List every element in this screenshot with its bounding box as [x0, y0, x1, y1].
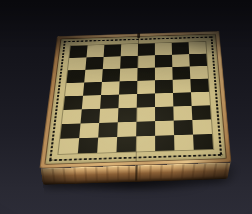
- board-square: [99, 108, 118, 123]
- board-square: [69, 45, 87, 57]
- board-square: [60, 123, 80, 138]
- board-square: [191, 92, 210, 106]
- board-square: [192, 119, 212, 134]
- board-square: [155, 121, 174, 136]
- board-square: [173, 79, 191, 93]
- board-square: [172, 42, 189, 54]
- board-square: [174, 120, 193, 135]
- board-square: [98, 122, 118, 137]
- board-square: [172, 54, 190, 67]
- board-square: [118, 108, 137, 123]
- board-square: [120, 68, 138, 81]
- board-square: [65, 83, 84, 97]
- board-square: [173, 92, 192, 106]
- perspective-scene: [47, 3, 227, 185]
- board-square: [136, 121, 155, 136]
- board-square: [83, 82, 102, 96]
- board-square: [155, 135, 174, 151]
- board-square: [138, 43, 155, 55]
- board-square: [155, 93, 173, 107]
- photo-background: [0, 0, 252, 214]
- board-square: [78, 138, 98, 154]
- board-box: [39, 31, 231, 168]
- board-square: [137, 93, 155, 107]
- board-square: [100, 95, 119, 109]
- board-square: [138, 55, 155, 68]
- board-square: [189, 54, 207, 67]
- board-square: [193, 134, 213, 150]
- board-square: [137, 80, 155, 94]
- board-square: [79, 123, 99, 138]
- board-square: [84, 69, 103, 82]
- board-square: [120, 56, 138, 69]
- board-square: [104, 44, 122, 56]
- board-square: [172, 66, 190, 79]
- chessboard: [47, 3, 227, 185]
- board-square: [116, 136, 136, 152]
- board-square: [97, 137, 117, 153]
- board-square: [62, 109, 82, 124]
- board-square: [155, 43, 172, 55]
- board-square: [174, 135, 194, 151]
- board-square: [136, 107, 155, 122]
- board-square: [103, 56, 121, 69]
- board-square: [68, 57, 87, 70]
- board-square: [190, 79, 209, 93]
- board-square: [155, 106, 174, 121]
- board-square: [137, 68, 155, 81]
- hinge-notch: [137, 33, 140, 38]
- board-grid: [59, 42, 214, 154]
- board-square: [190, 66, 208, 79]
- board-square: [192, 105, 211, 120]
- board-square: [82, 95, 101, 109]
- board-square: [136, 136, 155, 152]
- board-square: [155, 67, 173, 80]
- board-square: [155, 55, 172, 68]
- board-square: [67, 70, 86, 83]
- board-wood-frame: [39, 31, 231, 168]
- board-square: [117, 122, 136, 137]
- board-square: [102, 69, 120, 82]
- board-square: [118, 94, 137, 108]
- board-square: [85, 57, 103, 70]
- board-square: [189, 42, 207, 54]
- board-square: [81, 109, 101, 124]
- board-square: [59, 138, 80, 154]
- board-surface: [45, 34, 225, 164]
- board-square: [63, 96, 83, 110]
- board-square: [155, 80, 173, 94]
- board-square: [173, 106, 192, 121]
- board-square: [119, 81, 137, 95]
- board-square: [101, 81, 120, 95]
- board-square: [86, 45, 104, 57]
- board-square: [121, 44, 138, 56]
